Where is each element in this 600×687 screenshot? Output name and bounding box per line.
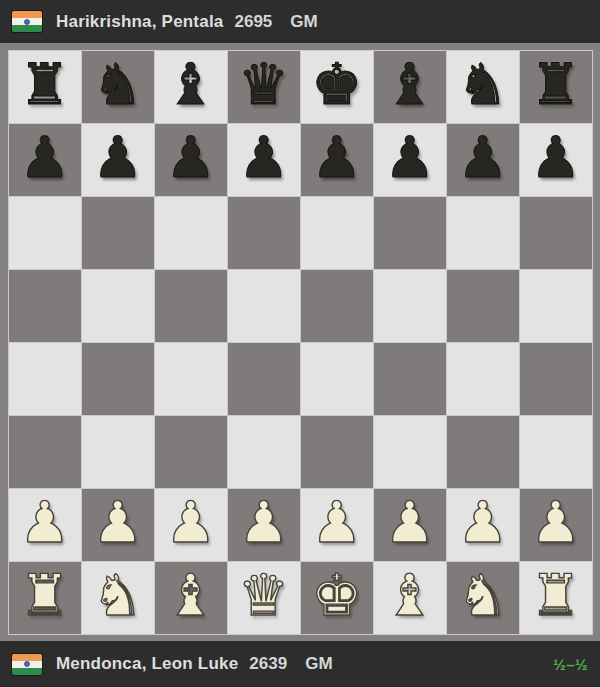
piece-black-pawn: ♟ [92,129,143,186]
square-f3[interactable] [374,416,446,488]
square-g8[interactable]: ♞ [447,51,519,123]
piece-black-bishop: ♝ [165,56,216,113]
player-bar-top: Harikrishna, Pentala 2695 GM [0,0,600,43]
square-h1[interactable]: ♜ [520,562,592,634]
square-a3[interactable] [9,416,81,488]
piece-black-pawn: ♟ [457,129,508,186]
square-c7[interactable]: ♟ [155,124,227,196]
piece-white-king: ♚ [311,567,362,624]
piece-white-knight: ♞ [92,567,143,624]
square-b7[interactable]: ♟ [82,124,154,196]
square-a6[interactable] [9,197,81,269]
square-f1[interactable]: ♝ [374,562,446,634]
square-f4[interactable] [374,343,446,415]
piece-white-rook: ♜ [530,567,581,624]
square-f6[interactable] [374,197,446,269]
square-b3[interactable] [82,416,154,488]
piece-white-pawn: ♟ [92,494,143,551]
piece-white-pawn: ♟ [311,494,362,551]
square-c4[interactable] [155,343,227,415]
piece-black-pawn: ♟ [238,129,289,186]
square-b1[interactable]: ♞ [82,562,154,634]
square-c3[interactable] [155,416,227,488]
piece-black-rook: ♜ [530,56,581,113]
square-f8[interactable]: ♝ [374,51,446,123]
square-f7[interactable]: ♟ [374,124,446,196]
square-e1[interactable]: ♚ [301,562,373,634]
india-flag-icon [12,11,42,32]
piece-black-bishop: ♝ [384,56,435,113]
square-a2[interactable]: ♟ [9,489,81,561]
square-d4[interactable] [228,343,300,415]
square-g5[interactable] [447,270,519,342]
piece-black-pawn: ♟ [165,129,216,186]
ashoka-chakra-icon [24,19,30,25]
piece-black-king: ♚ [311,56,362,113]
square-e8[interactable]: ♚ [301,51,373,123]
square-g1[interactable]: ♞ [447,562,519,634]
square-d1[interactable]: ♛ [228,562,300,634]
player-name-top: Harikrishna, Pentala [56,12,223,32]
square-b4[interactable] [82,343,154,415]
piece-black-pawn: ♟ [530,129,581,186]
square-h7[interactable]: ♟ [520,124,592,196]
piece-black-rook: ♜ [19,56,70,113]
square-a8[interactable]: ♜ [9,51,81,123]
square-d7[interactable]: ♟ [228,124,300,196]
square-a7[interactable]: ♟ [9,124,81,196]
piece-black-pawn: ♟ [384,129,435,186]
square-d5[interactable] [228,270,300,342]
player-title-bottom: GM [305,654,332,674]
square-d3[interactable] [228,416,300,488]
square-b6[interactable] [82,197,154,269]
game-result: ½–½ [553,656,588,673]
piece-white-pawn: ♟ [384,494,435,551]
piece-white-pawn: ♟ [238,494,289,551]
piece-black-queen: ♛ [238,56,289,113]
square-g6[interactable] [447,197,519,269]
piece-white-knight: ♞ [457,567,508,624]
square-g2[interactable]: ♟ [447,489,519,561]
square-h3[interactable] [520,416,592,488]
piece-black-knight: ♞ [92,56,143,113]
piece-white-pawn: ♟ [457,494,508,551]
square-b8[interactable]: ♞ [82,51,154,123]
square-e6[interactable] [301,197,373,269]
piece-black-pawn: ♟ [311,129,362,186]
chess-board: ♜♞♝♛♚♝♞♜♟♟♟♟♟♟♟♟♟♟♟♟♟♟♟♟♜♞♝♛♚♝♞♜ [9,51,592,634]
square-c6[interactable] [155,197,227,269]
square-c2[interactable]: ♟ [155,489,227,561]
piece-white-pawn: ♟ [530,494,581,551]
square-d8[interactable]: ♛ [228,51,300,123]
piece-white-bishop: ♝ [165,567,216,624]
player-rating-bottom: 2639 [249,654,287,674]
board-outline: ♜♞♝♛♚♝♞♜♟♟♟♟♟♟♟♟♟♟♟♟♟♟♟♟♜♞♝♛♚♝♞♜ [8,50,593,635]
square-c1[interactable]: ♝ [155,562,227,634]
square-f5[interactable] [374,270,446,342]
piece-white-bishop: ♝ [384,567,435,624]
square-g3[interactable] [447,416,519,488]
square-b2[interactable]: ♟ [82,489,154,561]
square-e3[interactable] [301,416,373,488]
piece-white-pawn: ♟ [165,494,216,551]
square-h8[interactable]: ♜ [520,51,592,123]
square-h2[interactable]: ♟ [520,489,592,561]
game-viewer: Harikrishna, Pentala 2695 GM ♜♞♝♛♚♝♞♜♟♟♟… [0,0,600,687]
player-title-top: GM [290,12,317,32]
india-flag-icon [12,654,42,675]
piece-black-pawn: ♟ [19,129,70,186]
square-c5[interactable] [155,270,227,342]
square-g4[interactable] [447,343,519,415]
square-a4[interactable] [9,343,81,415]
square-g7[interactable]: ♟ [447,124,519,196]
square-h6[interactable] [520,197,592,269]
piece-white-rook: ♜ [19,567,70,624]
square-e7[interactable]: ♟ [301,124,373,196]
square-d2[interactable]: ♟ [228,489,300,561]
square-e5[interactable] [301,270,373,342]
square-f2[interactable]: ♟ [374,489,446,561]
square-h5[interactable] [520,270,592,342]
square-b5[interactable] [82,270,154,342]
square-e4[interactable] [301,343,373,415]
square-d6[interactable] [228,197,300,269]
piece-black-knight: ♞ [457,56,508,113]
piece-white-pawn: ♟ [19,494,70,551]
player-bar-bottom: Mendonca, Leon Luke 2639 GM ½–½ [0,641,600,687]
square-h4[interactable] [520,343,592,415]
player-rating-top: 2695 [234,12,272,32]
square-a5[interactable] [9,270,81,342]
player-name-bottom: Mendonca, Leon Luke [56,654,238,674]
board-frame: ♜♞♝♛♚♝♞♜♟♟♟♟♟♟♟♟♟♟♟♟♟♟♟♟♜♞♝♛♚♝♞♜ [0,43,600,641]
piece-white-queen: ♛ [238,567,289,624]
ashoka-chakra-icon [24,661,30,667]
square-a1[interactable]: ♜ [9,562,81,634]
square-c8[interactable]: ♝ [155,51,227,123]
square-e2[interactable]: ♟ [301,489,373,561]
